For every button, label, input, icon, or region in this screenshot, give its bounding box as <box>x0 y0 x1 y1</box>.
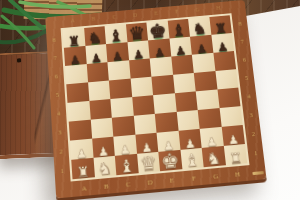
square-g2: ♟ <box>200 127 224 148</box>
square-f3 <box>176 110 199 131</box>
square-e3 <box>155 112 178 133</box>
file-label: E <box>160 172 183 188</box>
white-pawn: ♟ <box>206 135 218 148</box>
square-e1: ♚ <box>158 150 182 171</box>
square-c3 <box>112 116 135 137</box>
square-g8: ♞ <box>188 17 211 37</box>
square-a8: ♜ <box>63 28 85 48</box>
white-pawn: ♟ <box>227 133 239 146</box>
black-king: ♚ <box>148 21 167 41</box>
box-latch-knob <box>17 58 21 62</box>
rank-label: 6 <box>48 66 64 86</box>
square-g3 <box>198 108 222 129</box>
black-bishop: ♝ <box>171 22 187 39</box>
square-e8: ♚ <box>146 21 169 41</box>
square-g5 <box>194 71 217 91</box>
square-a2: ♟ <box>70 139 93 160</box>
square-h5 <box>215 69 238 89</box>
rank-label: 5 <box>49 84 65 104</box>
rank-label: 2 <box>53 141 69 162</box>
black-knight: ♞ <box>87 30 102 46</box>
white-queen: ♛ <box>139 153 158 174</box>
square-d5 <box>130 77 153 97</box>
rank-label: 8 <box>46 30 62 49</box>
square-b6 <box>86 62 109 82</box>
rank-label: 3 <box>52 122 68 142</box>
black-pawn: ♟ <box>217 41 229 53</box>
file-label: D <box>138 174 161 190</box>
chess-board: ABCDEFGH ABCDEFGH 87654321 87654321 ♜♞♝♛… <box>45 0 266 198</box>
square-a5 <box>66 82 89 102</box>
rank-label: 7 <box>47 48 63 67</box>
board-squares: ♜♞♝♛♚♝♞♜♟♟♟♟♟♟♟♟♟♟♟♟♟♟♟♟♜♞♝♛♚♝♞♜ <box>61 13 250 181</box>
rank-label: 1 <box>247 142 264 163</box>
white-rook: ♜ <box>229 150 243 165</box>
black-pawn: ♟ <box>91 52 102 64</box>
file-label: D <box>124 9 146 22</box>
rank-label: 4 <box>240 86 257 106</box>
black-pawn: ♟ <box>154 47 166 59</box>
square-b2: ♟ <box>92 137 115 158</box>
square-d1: ♛ <box>137 152 161 173</box>
square-f4 <box>174 91 197 112</box>
square-d4 <box>132 95 155 116</box>
square-a7: ♟ <box>64 46 86 66</box>
square-c6 <box>107 60 130 80</box>
black-rook: ♜ <box>67 34 80 48</box>
black-rook: ♜ <box>214 21 228 35</box>
file-label: A <box>62 14 84 27</box>
square-h1: ♜ <box>223 144 247 165</box>
white-bishop: ♝ <box>183 151 200 170</box>
rank-label: 5 <box>238 68 255 88</box>
file-label: C <box>103 10 125 23</box>
rank-label: 2 <box>245 123 262 143</box>
square-g6 <box>192 53 215 73</box>
black-knight: ♞ <box>192 21 208 37</box>
square-a4 <box>67 101 90 122</box>
rank-label: 6 <box>236 50 253 69</box>
file-label: E <box>145 7 167 20</box>
file-label: H <box>226 166 249 182</box>
square-d3 <box>133 114 156 135</box>
square-a1: ♜ <box>71 158 94 179</box>
white-pawn: ♟ <box>119 143 131 156</box>
square-f5 <box>173 73 196 93</box>
rank-label: 8 <box>232 14 249 33</box>
black-pawn: ♟ <box>70 54 81 66</box>
white-pawn: ♟ <box>184 137 196 150</box>
square-a3 <box>69 120 92 141</box>
square-b4 <box>89 99 112 120</box>
square-a6 <box>65 64 88 84</box>
square-h3 <box>219 106 243 127</box>
file-label: B <box>95 178 118 194</box>
white-knight: ♞ <box>206 150 222 168</box>
square-b5 <box>88 81 111 101</box>
white-pawn: ♟ <box>98 145 110 158</box>
square-b3 <box>90 118 113 139</box>
square-c8: ♝ <box>105 24 127 44</box>
white-knight: ♞ <box>97 160 113 178</box>
square-e4 <box>153 93 176 114</box>
black-pawn: ♟ <box>112 50 124 62</box>
white-bishop: ♝ <box>118 157 135 176</box>
file-label: A <box>73 180 96 197</box>
black-pawn: ♟ <box>133 48 145 60</box>
file-label: C <box>117 176 140 192</box>
file-label: B <box>83 12 105 25</box>
black-queen: ♛ <box>128 24 146 43</box>
rank-label: 3 <box>242 105 259 125</box>
square-e6 <box>150 57 173 77</box>
square-f1: ♝ <box>180 148 204 169</box>
square-h7: ♟ <box>211 33 234 53</box>
square-h8: ♜ <box>209 15 232 35</box>
square-b8: ♞ <box>84 26 106 46</box>
square-c2: ♟ <box>113 135 136 156</box>
black-pawn: ♟ <box>196 43 208 55</box>
brand-logo <box>252 171 264 176</box>
white-rook: ♜ <box>76 164 90 180</box>
square-h2: ♟ <box>221 125 245 146</box>
file-label: G <box>187 3 209 16</box>
square-e5 <box>151 75 174 95</box>
black-bishop: ♝ <box>108 27 124 44</box>
file-label: F <box>166 5 188 18</box>
rank-label: 1 <box>54 160 70 181</box>
rank-label: 4 <box>51 103 67 123</box>
square-c4 <box>110 97 133 118</box>
black-pawn: ♟ <box>175 45 187 57</box>
square-g4 <box>196 89 219 110</box>
file-label: H <box>207 1 229 14</box>
square-d8: ♛ <box>125 23 148 43</box>
square-d6 <box>129 58 152 78</box>
square-b1: ♞ <box>93 156 116 177</box>
square-f8: ♝ <box>167 19 190 39</box>
square-f2: ♟ <box>178 129 202 150</box>
file-label: G <box>204 168 227 184</box>
rank-label: 7 <box>234 32 251 51</box>
square-f6 <box>171 55 194 75</box>
square-g1: ♞ <box>202 146 226 167</box>
square-h6 <box>213 51 236 71</box>
square-c5 <box>109 79 132 99</box>
square-c1: ♝ <box>115 154 138 175</box>
square-h4 <box>217 88 240 109</box>
photo-scene: ABCDEFGH ABCDEFGH 87654321 87654321 ♜♞♝♛… <box>0 0 300 200</box>
file-label: F <box>182 170 205 186</box>
white-king: ♚ <box>160 150 180 172</box>
white-pawn: ♟ <box>76 147 88 160</box>
